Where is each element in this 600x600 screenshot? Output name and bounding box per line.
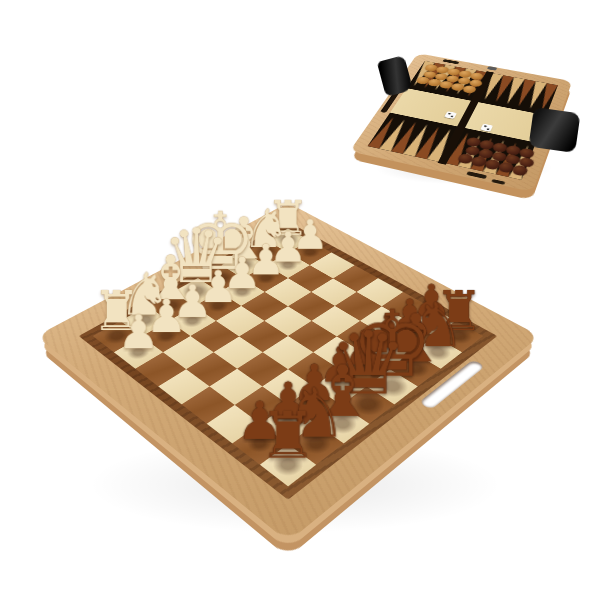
black-rook-glyph: ♜ xyxy=(259,404,317,468)
white-pawn-glyph: ♟ xyxy=(117,308,159,355)
dice-cup-right xyxy=(528,107,580,153)
backgammon-scene xyxy=(330,8,600,204)
